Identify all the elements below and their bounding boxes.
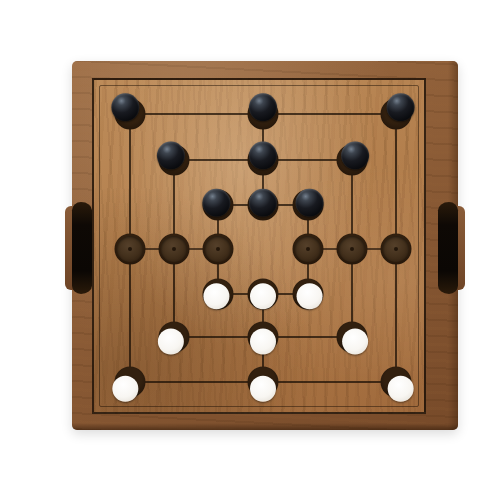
empty-hole [161, 236, 187, 262]
right-notch-cutout [438, 202, 458, 294]
black-peg [157, 142, 185, 170]
hole-center-mark [216, 247, 220, 251]
white-peg [297, 283, 323, 309]
hole-center-mark [394, 247, 398, 251]
white-peg [250, 283, 276, 309]
wooden-box [72, 61, 458, 430]
empty-hole [295, 236, 321, 262]
empty-hole [339, 236, 365, 262]
black-peg [387, 93, 415, 121]
white-peg [342, 328, 368, 354]
hole-center-mark [306, 247, 310, 251]
white-peg [250, 376, 276, 402]
empty-hole [383, 236, 409, 262]
white-peg [158, 328, 184, 354]
black-peg [249, 93, 277, 121]
left-notch-cutout [72, 202, 92, 294]
black-peg [249, 142, 277, 170]
left-finger-notch [65, 202, 95, 294]
empty-hole [205, 236, 231, 262]
black-peg [249, 189, 277, 217]
game-board [92, 78, 426, 414]
white-peg [388, 376, 414, 402]
box-bottom-face [72, 423, 458, 430]
right-finger-notch [435, 202, 465, 294]
white-peg [112, 376, 138, 402]
white-peg [250, 328, 276, 354]
black-peg [111, 93, 139, 121]
board-points [94, 80, 424, 412]
hole-center-mark [128, 247, 132, 251]
empty-hole [117, 236, 143, 262]
product-photo-scene [0, 0, 500, 500]
hole-center-mark [350, 247, 354, 251]
black-peg [202, 189, 230, 217]
white-peg [203, 283, 229, 309]
black-peg [296, 189, 324, 217]
hole-center-mark [172, 247, 176, 251]
black-peg [341, 142, 369, 170]
